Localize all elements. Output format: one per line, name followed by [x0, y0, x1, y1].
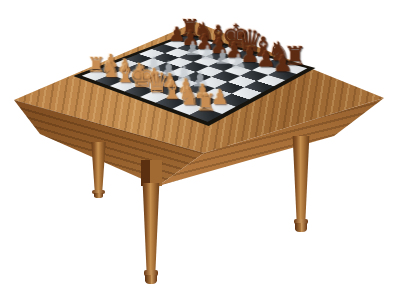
table-leg-front [140, 183, 162, 284]
piece-white-rook-a1[interactable]: ♜ [194, 92, 217, 114]
piece-black-pawn-a7[interactable]: ♟ [272, 54, 292, 74]
square-a1[interactable]: ♜ [190, 108, 222, 122]
table-leg-right [290, 136, 312, 232]
leg-foot [295, 223, 306, 232]
leg-shaft [290, 136, 312, 220]
square-a7[interactable]: ♟ [268, 69, 296, 80]
leg-foot [94, 193, 104, 198]
table-leg-left [89, 142, 108, 198]
leg-foot [145, 275, 156, 284]
chess-table-scene: ♜♟♟♜♞♟♟♞♝♟♟♟♟♝♚♟♟♟♟♚♛♟♟♟♟♛♝♟♟♟♟♝♞♟♟♞♜♟♟♜ [0, 0, 400, 300]
pawn-reflection: ♟ [228, 52, 248, 70]
leg-shaft [89, 142, 108, 191]
leg-shaft [140, 183, 162, 272]
